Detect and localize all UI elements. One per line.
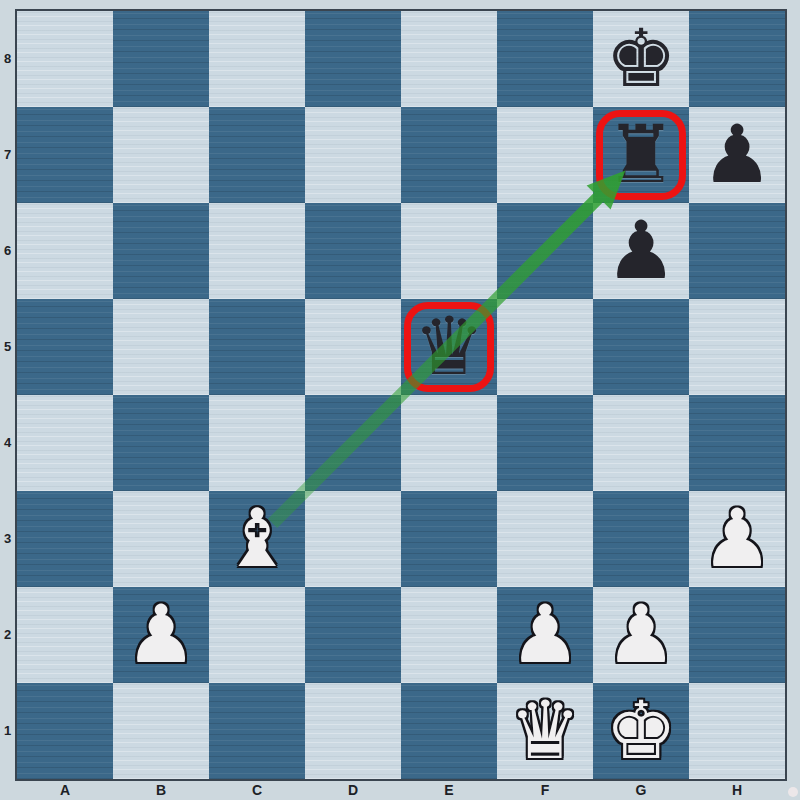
piece-white-pawn[interactable]: ♟ — [593, 587, 689, 683]
square-g2[interactable]: ♟ — [593, 587, 689, 683]
square-a1[interactable] — [17, 683, 113, 779]
square-f7[interactable] — [497, 107, 593, 203]
square-c5[interactable] — [209, 299, 305, 395]
file-label-A: A — [17, 781, 113, 800]
piece-black-pawn[interactable]: ♟ — [593, 203, 689, 299]
square-e7[interactable] — [401, 107, 497, 203]
square-a8[interactable] — [17, 11, 113, 107]
square-g3[interactable] — [593, 491, 689, 587]
rank-label-6: 6 — [0, 203, 15, 299]
square-b4[interactable] — [113, 395, 209, 491]
rank-label-2: 2 — [0, 587, 15, 683]
file-label-E: E — [401, 781, 497, 800]
piece-white-pawn[interactable]: ♟ — [689, 491, 785, 587]
board-frame: ♚♜♟♟♛♝♟♟♟♟♛♚ — [15, 9, 787, 781]
square-h3[interactable]: ♟ — [689, 491, 785, 587]
square-a4[interactable] — [17, 395, 113, 491]
piece-black-queen[interactable]: ♛ — [401, 299, 497, 395]
square-f4[interactable] — [497, 395, 593, 491]
square-g1[interactable]: ♚ — [593, 683, 689, 779]
square-h7[interactable]: ♟ — [689, 107, 785, 203]
square-a6[interactable] — [17, 203, 113, 299]
square-d4[interactable] — [305, 395, 401, 491]
square-a5[interactable] — [17, 299, 113, 395]
square-c1[interactable] — [209, 683, 305, 779]
square-b3[interactable] — [113, 491, 209, 587]
square-c6[interactable] — [209, 203, 305, 299]
square-h1[interactable] — [689, 683, 785, 779]
square-c7[interactable] — [209, 107, 305, 203]
square-d6[interactable] — [305, 203, 401, 299]
square-f1[interactable]: ♛ — [497, 683, 593, 779]
square-g5[interactable] — [593, 299, 689, 395]
square-h4[interactable] — [689, 395, 785, 491]
file-label-H: H — [689, 781, 785, 800]
square-b7[interactable] — [113, 107, 209, 203]
rank-labels: 87654321 — [0, 11, 15, 779]
rank-label-7: 7 — [0, 107, 15, 203]
square-e6[interactable] — [401, 203, 497, 299]
piece-black-pawn[interactable]: ♟ — [689, 107, 785, 203]
square-e2[interactable] — [401, 587, 497, 683]
file-label-D: D — [305, 781, 401, 800]
piece-white-pawn[interactable]: ♟ — [113, 587, 209, 683]
piece-white-queen[interactable]: ♛ — [497, 683, 593, 779]
square-f2[interactable]: ♟ — [497, 587, 593, 683]
square-b5[interactable] — [113, 299, 209, 395]
file-label-F: F — [497, 781, 593, 800]
file-label-G: G — [593, 781, 689, 800]
square-b6[interactable] — [113, 203, 209, 299]
square-h2[interactable] — [689, 587, 785, 683]
square-g6[interactable]: ♟ — [593, 203, 689, 299]
square-d8[interactable] — [305, 11, 401, 107]
rank-label-4: 4 — [0, 395, 15, 491]
square-g4[interactable] — [593, 395, 689, 491]
square-d5[interactable] — [305, 299, 401, 395]
square-c4[interactable] — [209, 395, 305, 491]
square-h8[interactable] — [689, 11, 785, 107]
square-a3[interactable] — [17, 491, 113, 587]
square-e1[interactable] — [401, 683, 497, 779]
square-d3[interactable] — [305, 491, 401, 587]
square-b8[interactable] — [113, 11, 209, 107]
square-f8[interactable] — [497, 11, 593, 107]
file-label-B: B — [113, 781, 209, 800]
piece-white-king[interactable]: ♚ — [593, 683, 689, 779]
square-f6[interactable] — [497, 203, 593, 299]
square-c3[interactable]: ♝ — [209, 491, 305, 587]
rank-label-5: 5 — [0, 299, 15, 395]
chess-board[interactable]: ♚♜♟♟♛♝♟♟♟♟♛♚ — [17, 11, 785, 779]
square-f5[interactable] — [497, 299, 593, 395]
file-labels: ABCDEFGH — [17, 781, 785, 800]
square-b1[interactable] — [113, 683, 209, 779]
square-a2[interactable] — [17, 587, 113, 683]
square-g8[interactable]: ♚ — [593, 11, 689, 107]
square-d2[interactable] — [305, 587, 401, 683]
square-h5[interactable] — [689, 299, 785, 395]
piece-white-pawn[interactable]: ♟ — [497, 587, 593, 683]
square-f3[interactable] — [497, 491, 593, 587]
rank-label-1: 1 — [0, 683, 15, 779]
square-e3[interactable] — [401, 491, 497, 587]
piece-black-king[interactable]: ♚ — [593, 11, 689, 107]
square-h6[interactable] — [689, 203, 785, 299]
rank-label-8: 8 — [0, 11, 15, 107]
piece-white-bishop[interactable]: ♝ — [209, 491, 305, 587]
corner-dot — [788, 787, 798, 797]
square-c2[interactable] — [209, 587, 305, 683]
square-g7[interactable]: ♜ — [593, 107, 689, 203]
square-a7[interactable] — [17, 107, 113, 203]
square-d1[interactable] — [305, 683, 401, 779]
square-c8[interactable] — [209, 11, 305, 107]
square-e4[interactable] — [401, 395, 497, 491]
square-b2[interactable]: ♟ — [113, 587, 209, 683]
square-e8[interactable] — [401, 11, 497, 107]
square-e5[interactable]: ♛ — [401, 299, 497, 395]
piece-black-rook[interactable]: ♜ — [593, 107, 689, 203]
square-d7[interactable] — [305, 107, 401, 203]
chess-diagram: 87654321 ♚♜♟♟♛♝♟♟♟♟♛♚ ABCDEFGH — [0, 0, 800, 800]
file-label-C: C — [209, 781, 305, 800]
rank-label-3: 3 — [0, 491, 15, 587]
